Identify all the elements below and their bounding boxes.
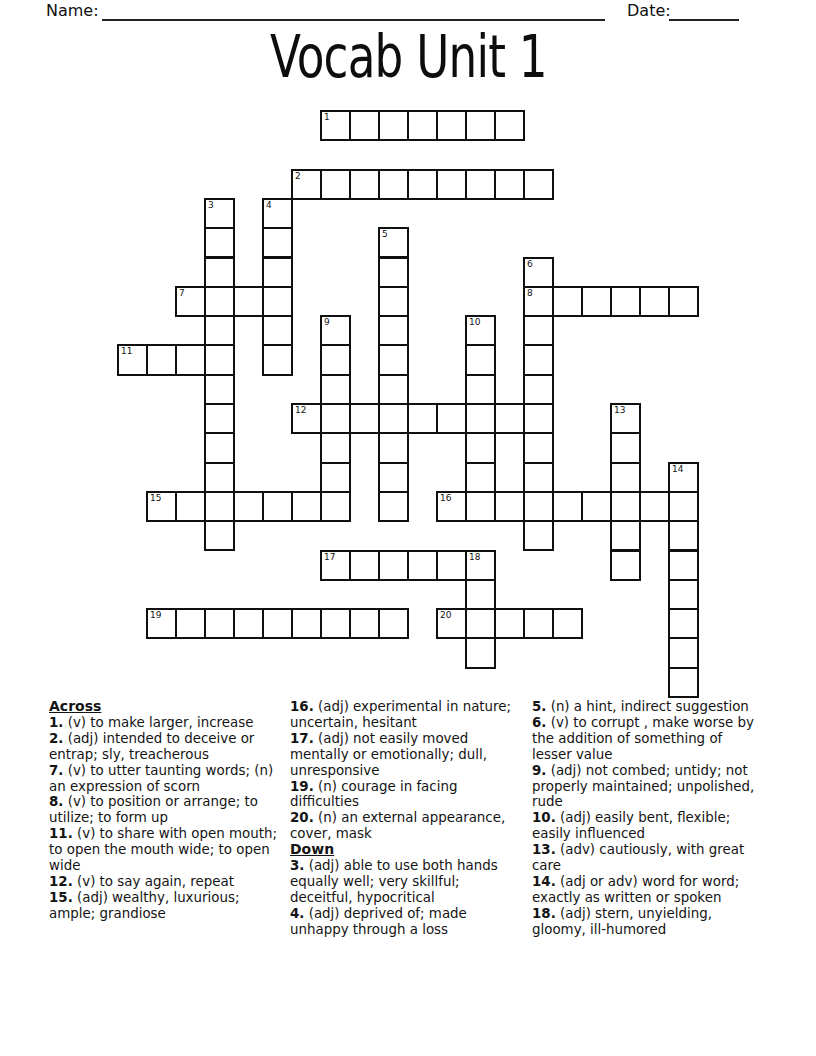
grid-cell[interactable] <box>523 491 554 522</box>
clue-number: 8. <box>49 794 63 809</box>
clue-down-3: 3. (adj) able to use both hands equally … <box>290 858 520 906</box>
grid-cell[interactable] <box>523 344 554 375</box>
clue-across-12: 12. (v) to say again, repeat <box>49 874 279 890</box>
grid-cell[interactable] <box>523 286 554 317</box>
grid-cell[interactable] <box>175 344 206 375</box>
grid-cell[interactable] <box>349 608 380 639</box>
grid-cell[interactable] <box>523 520 554 551</box>
clue-across-20: 20. (n) an external appearance, cover, m… <box>290 810 520 842</box>
page-title: Vocab Unit 1 <box>0 22 816 92</box>
grid-cell[interactable] <box>552 608 583 639</box>
grid-cell[interactable] <box>233 491 264 522</box>
grid-cell[interactable] <box>523 462 554 493</box>
grid-cell[interactable] <box>320 169 351 200</box>
grid-cell[interactable] <box>175 608 206 639</box>
grid-cell[interactable] <box>349 110 380 141</box>
grid-cell[interactable] <box>581 286 612 317</box>
grid-cell[interactable] <box>349 169 380 200</box>
grid-cell[interactable] <box>552 491 583 522</box>
clue-down-13: 13. (adv) cautiously, with great care <box>532 842 762 874</box>
grid-cell[interactable] <box>320 491 351 522</box>
grid-cell[interactable] <box>262 315 293 346</box>
grid-cell[interactable] <box>610 286 641 317</box>
clue-down-18: 18. (adj) stern, unyielding, gloomy, ill… <box>532 906 762 938</box>
grid-cell[interactable] <box>465 550 496 581</box>
grid-cell[interactable] <box>204 344 235 375</box>
clue-number: 7. <box>49 763 63 778</box>
clue-number: 3. <box>290 858 304 873</box>
grid-cell[interactable] <box>378 550 409 581</box>
grid-cell[interactable] <box>204 315 235 346</box>
grid-cell[interactable] <box>668 667 699 698</box>
grid-cell[interactable] <box>204 227 235 258</box>
grid-cell[interactable] <box>146 608 177 639</box>
clue-number: 19. <box>290 779 314 794</box>
grid-cell[interactable] <box>175 286 206 317</box>
clue-number: 10. <box>532 810 556 825</box>
grid-cell[interactable] <box>262 608 293 639</box>
across-heading: Across <box>49 699 279 715</box>
grid-cell[interactable] <box>668 637 699 668</box>
grid-cell[interactable] <box>523 432 554 463</box>
clue-across-1: 1. (v) to make larger, increase <box>49 715 279 731</box>
grid-cell[interactable] <box>146 491 177 522</box>
clue-number: 1. <box>49 715 63 730</box>
down-heading: Down <box>290 842 520 858</box>
clue-across-8: 8. (v) to position or arrange; to utiliz… <box>49 794 279 826</box>
clue-number: 17. <box>290 731 314 746</box>
grid-cell[interactable] <box>523 374 554 405</box>
grid-cell[interactable] <box>233 608 264 639</box>
clue-down-4: 4. (adj) deprived of; made unhappy throu… <box>290 906 520 938</box>
clue-across-11: 11. (v) to share with open mouth; to ope… <box>49 826 279 874</box>
grid-cell[interactable] <box>407 550 438 581</box>
grid-cell[interactable] <box>233 286 264 317</box>
clue-number: 5. <box>532 699 546 714</box>
grid-cell[interactable] <box>204 491 235 522</box>
grid-cell[interactable] <box>146 344 177 375</box>
grid-cell[interactable] <box>581 491 612 522</box>
date-write-line[interactable] <box>669 19 739 21</box>
clue-across-2: 2. (adj) intended to deceive or entrap; … <box>49 731 279 763</box>
clues-column-1: Across1. (v) to make larger, increase2. … <box>49 699 279 922</box>
grid-cell[interactable] <box>465 432 496 463</box>
clue-down-9: 9. (adj) not combed; untidy; not properl… <box>532 763 762 811</box>
clue-number: 9. <box>532 763 546 778</box>
clues-column-3: 5. (n) a hint, indirect suggestion6. (v)… <box>532 699 762 938</box>
grid-cell[interactable] <box>436 110 467 141</box>
grid-cell[interactable] <box>175 491 206 522</box>
grid-cell[interactable] <box>523 315 554 346</box>
clue-down-6: 6. (v) to corrupt , make worse by the ad… <box>532 715 762 763</box>
clue-across-19: 19. (n) courage in facing difficulties <box>290 779 520 811</box>
grid-cell[interactable] <box>610 403 641 434</box>
grid-cell[interactable] <box>494 491 525 522</box>
grid-cell[interactable] <box>320 374 351 405</box>
clue-down-10: 10. (adj) easily bent, flexible; easily … <box>532 810 762 842</box>
grid-cell[interactable] <box>291 491 322 522</box>
grid-cell[interactable] <box>610 550 641 581</box>
grid-cell[interactable] <box>465 491 496 522</box>
grid-cell[interactable] <box>378 432 409 463</box>
clue-number: 18. <box>532 906 556 921</box>
grid-cell[interactable] <box>552 286 583 317</box>
date-label: Date: <box>627 2 671 20</box>
grid-cell[interactable] <box>407 110 438 141</box>
grid-cell[interactable] <box>204 286 235 317</box>
grid-cell[interactable] <box>262 227 293 258</box>
grid-cell[interactable] <box>436 608 467 639</box>
grid-cell[interactable] <box>668 491 699 522</box>
clue-number: 12. <box>49 874 73 889</box>
grid-cell[interactable] <box>436 550 467 581</box>
grid-cell[interactable] <box>523 608 554 639</box>
grid-cell[interactable] <box>320 403 351 434</box>
grid-cell[interactable] <box>378 257 409 288</box>
grid-cell[interactable] <box>378 227 409 258</box>
grid-cell[interactable] <box>436 491 467 522</box>
grid-cell[interactable] <box>465 637 496 668</box>
grid-cell[interactable] <box>320 110 351 141</box>
grid-cell[interactable] <box>639 286 670 317</box>
grid-cell[interactable] <box>610 462 641 493</box>
grid-cell[interactable] <box>204 520 235 551</box>
grid-cell[interactable] <box>610 520 641 551</box>
grid-cell[interactable] <box>378 286 409 317</box>
grid-cell[interactable] <box>262 491 293 522</box>
grid-cell[interactable] <box>204 462 235 493</box>
grid-cell[interactable] <box>668 462 699 493</box>
page-title-text: Vocab Unit 1 <box>270 22 547 92</box>
grid-cell[interactable] <box>465 462 496 493</box>
grid-cell[interactable] <box>320 315 351 346</box>
grid-cell[interactable] <box>378 315 409 346</box>
grid-cell[interactable] <box>204 198 235 229</box>
grid-cell[interactable] <box>204 608 235 639</box>
clue-down-14: 14. (adj or adv) word for word; exactly … <box>532 874 762 906</box>
grid-cell[interactable] <box>610 432 641 463</box>
grid-cell[interactable] <box>436 403 467 434</box>
grid-cell[interactable] <box>204 257 235 288</box>
crossword-grid: 1234567891011121314151617181920 <box>117 110 699 698</box>
grid-cell[interactable] <box>407 169 438 200</box>
grid-cell[interactable] <box>494 110 525 141</box>
grid-cell[interactable] <box>291 608 322 639</box>
grid-cell[interactable] <box>204 432 235 463</box>
grid-cell[interactable] <box>349 550 380 581</box>
name-label: Name: <box>46 2 99 20</box>
grid-cell[interactable] <box>436 169 467 200</box>
clue-across-15: 15. (adj) wealthy, luxurious; ample; gra… <box>49 890 279 922</box>
grid-cell[interactable] <box>407 403 438 434</box>
grid-cell[interactable] <box>262 198 293 229</box>
grid-cell[interactable] <box>320 462 351 493</box>
grid-cell[interactable] <box>378 344 409 375</box>
grid-cell[interactable] <box>668 286 699 317</box>
grid-cell[interactable] <box>320 608 351 639</box>
clue-across-7: 7. (v) to utter taunting words; (n) an e… <box>49 763 279 795</box>
clue-number: 6. <box>532 715 546 730</box>
grid-cell[interactable] <box>465 403 496 434</box>
grid-cell[interactable] <box>204 374 235 405</box>
grid-cell[interactable] <box>465 110 496 141</box>
grid-cell[interactable] <box>523 169 554 200</box>
grid-cell[interactable] <box>262 344 293 375</box>
grid-cell[interactable] <box>378 374 409 405</box>
grid-cell[interactable] <box>668 608 699 639</box>
grid-cell[interactable] <box>378 169 409 200</box>
grid-cell[interactable] <box>378 462 409 493</box>
clues-column-2: 16. (adj) experimental in nature; uncert… <box>290 699 520 938</box>
grid-cell[interactable] <box>378 110 409 141</box>
grid-cell[interactable] <box>262 286 293 317</box>
grid-cell[interactable] <box>523 403 554 434</box>
grid-cell[interactable] <box>291 403 322 434</box>
grid-cell[interactable] <box>523 257 554 288</box>
grid-cell[interactable] <box>494 169 525 200</box>
grid-cell[interactable] <box>465 374 496 405</box>
grid-cell[interactable] <box>320 432 351 463</box>
grid-cell[interactable] <box>262 257 293 288</box>
grid-cell[interactable] <box>465 344 496 375</box>
name-write-line[interactable] <box>102 19 605 21</box>
clue-down-5: 5. (n) a hint, indirect suggestion <box>532 699 762 715</box>
clue-number: 20. <box>290 810 314 825</box>
clue-across-16: 16. (adj) experimental in nature; uncert… <box>290 699 520 731</box>
worksheet-page: { "game": "crossword", "title": "Vocab U… <box>0 0 816 1056</box>
grid-cell[interactable] <box>320 550 351 581</box>
grid-cell[interactable] <box>494 608 525 639</box>
grid-cell[interactable] <box>494 403 525 434</box>
grid-cell[interactable] <box>668 579 699 610</box>
grid-cell[interactable] <box>117 344 148 375</box>
clue-number: 15. <box>49 890 73 905</box>
grid-cell[interactable] <box>320 344 351 375</box>
clue-number: 11. <box>49 826 73 841</box>
grid-cell[interactable] <box>465 579 496 610</box>
grid-cell[interactable] <box>668 520 699 551</box>
clue-number: 14. <box>532 874 556 889</box>
grid-cell[interactable] <box>668 550 699 581</box>
grid-cell[interactable] <box>465 608 496 639</box>
clue-number: 13. <box>532 842 556 857</box>
clue-number: 16. <box>290 699 314 714</box>
clue-number: 4. <box>290 906 304 921</box>
grid-cell[interactable] <box>465 169 496 200</box>
grid-cell[interactable] <box>639 491 670 522</box>
grid-cell[interactable] <box>204 403 235 434</box>
clue-across-17: 17. (adj) not easily moved mentally or e… <box>290 731 520 779</box>
grid-cell[interactable] <box>291 169 322 200</box>
grid-cell[interactable] <box>378 608 409 639</box>
grid-cell[interactable] <box>378 403 409 434</box>
grid-cell[interactable] <box>610 491 641 522</box>
grid-cell[interactable] <box>378 491 409 522</box>
clue-number: 2. <box>49 731 63 746</box>
grid-cell[interactable] <box>465 315 496 346</box>
grid-cell[interactable] <box>349 403 380 434</box>
